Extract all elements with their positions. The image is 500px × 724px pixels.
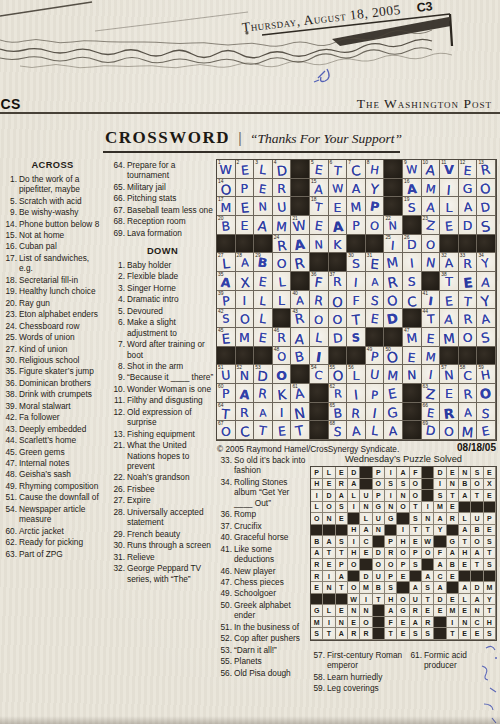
- cell-r13c12[interactable]: 63Z: [422, 384, 441, 403]
- cell-r9c6[interactable]: O: [310, 309, 329, 328]
- handwritten-letter: M: [420, 346, 440, 366]
- cell-r4c3[interactable]: A: [254, 216, 273, 235]
- clue-number: 66.: [110, 193, 127, 203]
- handwritten-letter: N: [439, 365, 458, 384]
- solution-letter: L: [323, 467, 334, 478]
- solution-letter: N: [471, 605, 482, 616]
- solution-letter: D: [323, 490, 334, 501]
- cell-r8c8[interactable]: F: [347, 291, 366, 310]
- cell-r3c4[interactable]: U: [273, 197, 292, 216]
- cell-r14c14[interactable]: A: [459, 403, 478, 422]
- cell-r13c15[interactable]: O: [477, 384, 496, 403]
- cell-r15c1[interactable]: 67O: [217, 421, 236, 440]
- clue-item: 68.Reception room: [110, 216, 215, 226]
- cell-r5c3: [254, 235, 273, 254]
- clue-text: Green gems: [19, 447, 103, 457]
- clue-number: 34.: [217, 477, 234, 508]
- clue-item: 15.Not at home: [2, 230, 103, 240]
- clue-text: Kind of union: [19, 344, 103, 354]
- cell-r3c7[interactable]: E: [329, 197, 348, 216]
- clue-text: Do the work of a pipefitter, maybe: [19, 174, 103, 195]
- cell-r6c11[interactable]: I: [403, 253, 422, 272]
- cell-r2c12[interactable]: M: [422, 179, 441, 198]
- cell-r8c5[interactable]: 40A: [291, 291, 310, 310]
- handwritten-letter: P: [365, 196, 385, 216]
- cell-r7c8[interactable]: I: [347, 272, 366, 291]
- cell-r15c2[interactable]: C: [236, 421, 255, 440]
- cell-r3c2[interactable]: E: [236, 197, 255, 216]
- cell-r14c15[interactable]: S: [477, 403, 496, 422]
- cell-r6c1[interactable]: 27L: [217, 253, 236, 272]
- cell-r2c7[interactable]: W: [329, 179, 348, 198]
- clue-number: 46.: [217, 566, 234, 576]
- cell-r12c8[interactable]: 56L: [347, 365, 366, 384]
- clue-item: 54.Newspaper article measure: [2, 504, 103, 525]
- clue-number: 18.: [2, 275, 19, 285]
- cell-r11c5[interactable]: B: [291, 347, 310, 366]
- cell-r13c7[interactable]: 62R: [329, 384, 348, 403]
- cell-r15c12[interactable]: 69D: [422, 421, 441, 440]
- cell-r7c14[interactable]: E: [459, 272, 478, 291]
- cell-r12c4[interactable]: O: [273, 365, 292, 384]
- solution-letter: S: [410, 559, 421, 570]
- handwritten-letter: R: [346, 403, 365, 422]
- cell-r1c1[interactable]: 1W: [217, 160, 236, 179]
- handwritten-letter: R: [439, 402, 458, 421]
- cell-r1c13[interactable]: 11V: [440, 160, 459, 179]
- clue-item: 33.So old it’s back into fashion: [217, 455, 308, 476]
- clue-text: List of sandwiches, e.g.: [19, 253, 103, 274]
- clue-number: 26.: [110, 484, 127, 494]
- cell-r2c13: B: [459, 479, 471, 491]
- cell-r14c2[interactable]: R: [236, 403, 255, 422]
- cell-r8c6[interactable]: R: [310, 291, 329, 310]
- cell-r14c10[interactable]: G: [384, 403, 403, 422]
- cell-r9c7: O: [385, 559, 397, 571]
- cell-r14c5[interactable]: N: [291, 403, 310, 422]
- cell-r6c15[interactable]: 34Y: [477, 253, 496, 272]
- cell-r4c6[interactable]: E: [310, 216, 329, 235]
- cell-r6c10[interactable]: M: [384, 253, 403, 272]
- cell-r3c6[interactable]: 18T: [310, 197, 329, 216]
- cell-r10c6[interactable]: L: [310, 328, 329, 347]
- cell-r14c1[interactable]: 64T: [217, 403, 236, 422]
- cell-r9c2[interactable]: O: [236, 309, 255, 328]
- handwritten-letter: F: [309, 271, 329, 291]
- cell-r15c13[interactable]: O: [440, 421, 459, 440]
- cell-r4c8[interactable]: P: [347, 216, 366, 235]
- solution-letter: H: [311, 479, 322, 490]
- cell-r1c11: D: [434, 467, 446, 479]
- solution-letter: A: [336, 571, 347, 582]
- cell-r11c6[interactable]: I: [310, 347, 329, 366]
- cell-r8c10[interactable]: O: [384, 291, 403, 310]
- cell-r9c1: R: [311, 559, 323, 571]
- handwritten-letter: W: [289, 214, 311, 236]
- cell-r6c2[interactable]: 28A: [236, 253, 255, 272]
- cell-r4c15[interactable]: S: [477, 216, 496, 235]
- cell-r15c9: S: [410, 628, 422, 640]
- cell-r12c15[interactable]: 59H: [477, 365, 496, 384]
- page-number: C3: [416, 0, 433, 15]
- cell-r15c9[interactable]: L: [366, 421, 385, 440]
- cell-r2c6[interactable]: 15A: [310, 179, 329, 198]
- handwritten-letter: E: [402, 347, 421, 366]
- solution-letter: B: [447, 559, 458, 570]
- cell-r7c2[interactable]: X: [236, 272, 255, 291]
- solution-letter: E: [397, 617, 408, 628]
- cell-r7c4[interactable]: L: [273, 272, 292, 291]
- cell-r10c5[interactable]: A: [291, 328, 310, 347]
- cell-r2c8[interactable]: A: [347, 179, 366, 198]
- cell-r10c15: [484, 571, 496, 583]
- clue-item: 22.Noah’s grandson: [110, 472, 215, 482]
- cell-r6c13: A: [459, 525, 471, 537]
- cell-r12c13[interactable]: 57N: [440, 365, 459, 384]
- handwritten-letter: L: [273, 291, 291, 309]
- cell-r14c8[interactable]: R: [347, 403, 366, 422]
- cell-r1c14: S: [471, 467, 483, 479]
- clue-item: 18.Secretarial fill-in: [2, 275, 103, 285]
- clue-number: 19.: [2, 286, 19, 296]
- cell-r1c9[interactable]: 8H: [366, 160, 385, 179]
- handwritten-letter: L: [253, 308, 273, 328]
- solution-letter: T: [447, 628, 458, 639]
- cell-r7c10[interactable]: R: [384, 272, 403, 291]
- cell-r5c6[interactable]: N: [310, 235, 329, 254]
- cell-r12c9[interactable]: U: [366, 365, 385, 384]
- clue-number: 53.: [217, 645, 234, 655]
- cell-r9c8[interactable]: T: [347, 309, 366, 328]
- handwritten-letter: R: [236, 403, 254, 421]
- cell-r1c7[interactable]: 6T: [329, 160, 348, 179]
- cell-r7c11[interactable]: S: [403, 272, 422, 291]
- cell-r10c15[interactable]: S: [477, 328, 496, 347]
- handwritten-letter: A: [328, 216, 347, 235]
- cell-r6c3: [336, 525, 348, 537]
- cell-r8c2[interactable]: I: [236, 291, 255, 310]
- cell-r4c9[interactable]: O: [366, 216, 385, 235]
- handwritten-letter: D: [272, 160, 291, 179]
- solution-letter: L: [459, 594, 470, 605]
- cell-r5c12[interactable]: O: [422, 235, 441, 254]
- cell-r5c13: L: [459, 513, 471, 525]
- clue-item: 36.Dominican brothers: [2, 378, 103, 388]
- cell-r6c3[interactable]: 29B: [254, 253, 273, 272]
- solution-letter: H: [385, 594, 396, 605]
- cell-r12c1[interactable]: 51U: [217, 365, 236, 384]
- cell-r4c5[interactable]: 21W: [291, 216, 310, 235]
- handwritten-letter: I: [420, 290, 440, 310]
- clue-text: Singer Horne: [127, 283, 215, 293]
- handwritten-letter: A: [236, 254, 253, 271]
- cell-r13c8[interactable]: I: [347, 384, 366, 403]
- cell-r1c2[interactable]: 2E: [236, 160, 255, 179]
- solution-letter: E: [311, 582, 322, 593]
- cell-r1c6[interactable]: 5E: [310, 160, 329, 179]
- cell-r8c15[interactable]: Y: [477, 291, 496, 310]
- cell-r14c14: C: [471, 617, 483, 629]
- cell-r13c6: [310, 384, 329, 403]
- cell-r9c7[interactable]: O: [329, 309, 348, 328]
- cell-r10c4[interactable]: 46R: [273, 328, 292, 347]
- handwritten-letter: S: [217, 310, 234, 327]
- cell-r2c15[interactable]: O: [477, 179, 496, 198]
- cell-r3c1[interactable]: 17M: [217, 197, 236, 216]
- cell-r15c3[interactable]: T: [254, 421, 273, 440]
- cell-r10c7[interactable]: D: [329, 328, 348, 347]
- cell-r13c5[interactable]: 61A: [291, 384, 310, 403]
- cell-r14c3[interactable]: A: [254, 403, 273, 422]
- cell-r8c4[interactable]: L: [273, 291, 292, 310]
- cell-r12c10[interactable]: M: [384, 365, 403, 384]
- cell-r1c4[interactable]: 4D: [273, 160, 292, 179]
- cell-r9c5[interactable]: 43R: [291, 309, 310, 328]
- solution-letter: O: [410, 490, 421, 501]
- cell-r5c10[interactable]: 25I: [384, 235, 403, 254]
- cell-r3c3[interactable]: N: [254, 197, 273, 216]
- cell-r2c4[interactable]: R: [273, 179, 292, 198]
- clue-number: 36.: [217, 509, 234, 519]
- solution-letter: P: [311, 467, 322, 478]
- cell-r15c10: S: [422, 628, 434, 640]
- cell-r9c3[interactable]: L: [254, 309, 273, 328]
- cell-r10c11[interactable]: 47M: [403, 328, 422, 347]
- solution-letter: S: [385, 582, 396, 593]
- clue-item: 6.Make a slight adjustment to: [110, 317, 215, 338]
- solution-letter: E: [459, 559, 470, 570]
- cell-r9c15[interactable]: A: [477, 309, 496, 328]
- solution-letter: T: [422, 525, 433, 536]
- clue-item: 38.Drink with crumpets: [2, 389, 103, 399]
- cell-r8c3[interactable]: L: [254, 291, 273, 310]
- clue-text: Leg coverings: [327, 683, 405, 693]
- clue-item: 63.Part of ZPG: [2, 549, 103, 559]
- clue-text: Runs through a screen: [127, 540, 215, 550]
- clue-number: 5.: [110, 306, 127, 316]
- clue-text: Internal notes: [19, 458, 103, 468]
- cell-r1c12[interactable]: 10A: [422, 160, 441, 179]
- clue-number: 21.: [110, 440, 127, 471]
- solution-letter: O: [410, 479, 421, 490]
- cell-r2c3[interactable]: E: [254, 179, 273, 198]
- cell-r4c7[interactable]: A: [329, 216, 348, 235]
- cell-r14c6: [373, 617, 385, 629]
- cell-r3c15[interactable]: D: [477, 197, 496, 216]
- cell-r6c1: [311, 525, 323, 537]
- cell-r2c11[interactable]: 16A: [403, 179, 422, 198]
- cell-r5c7[interactable]: K: [329, 235, 348, 254]
- cell-r4c10[interactable]: 22N: [384, 216, 403, 235]
- cell-r4c2[interactable]: E: [236, 216, 255, 235]
- cell-r5c2: N: [323, 513, 335, 525]
- cell-r10c2[interactable]: M: [236, 328, 255, 347]
- cell-r15c8: E: [397, 628, 409, 640]
- cell-r13c3[interactable]: R: [254, 384, 273, 403]
- cell-r8c12[interactable]: 41I: [422, 291, 441, 310]
- cell-r8c11[interactable]: C: [403, 291, 422, 310]
- cell-r7c15[interactable]: A: [477, 272, 496, 291]
- cell-r7c7[interactable]: 37R: [329, 272, 348, 291]
- handwritten-letter: R: [382, 270, 404, 292]
- cell-r4c12[interactable]: 23Z: [422, 216, 441, 235]
- cell-r14c6: [310, 403, 329, 422]
- handwritten-letter: U: [272, 197, 291, 216]
- cell-r1c15[interactable]: 13R: [477, 160, 496, 179]
- cell-r12c3[interactable]: 53D: [254, 365, 273, 384]
- cell-r1c15: E: [484, 467, 496, 479]
- handwritten-letter: E: [253, 178, 273, 198]
- clue-number: 58.: [310, 672, 327, 682]
- cell-r9c13[interactable]: A: [440, 309, 459, 328]
- solution-letter: O: [311, 513, 322, 524]
- handwritten-letter: R: [289, 251, 311, 273]
- cell-r4c13[interactable]: E: [440, 216, 459, 235]
- solution-letter: S: [336, 502, 347, 513]
- solution-letter: E: [397, 571, 408, 582]
- cell-r13c2[interactable]: A: [236, 384, 255, 403]
- cell-r15c5[interactable]: T: [291, 421, 310, 440]
- clue-number: 67.: [110, 205, 127, 215]
- cell-r10c8[interactable]: S: [347, 328, 366, 347]
- cell-r9c12[interactable]: 44T: [422, 309, 441, 328]
- cell-r10c10: [384, 328, 403, 347]
- cell-r1c3[interactable]: 3L: [254, 160, 273, 179]
- cell-r12c2[interactable]: 52N: [236, 365, 255, 384]
- handwritten-letter: O: [273, 347, 290, 364]
- cell-r15c8[interactable]: A: [347, 421, 366, 440]
- cell-r13c10: E: [422, 605, 434, 617]
- cell-r3c11[interactable]: 19S: [403, 197, 422, 216]
- solution-letter: T: [385, 628, 396, 639]
- handwritten-letter: A: [421, 198, 440, 217]
- cell-r13c10[interactable]: E: [384, 384, 403, 403]
- cell-r3c12[interactable]: A: [422, 197, 441, 216]
- cell-r2c2[interactable]: P: [236, 179, 255, 198]
- cell-r3c13[interactable]: L: [440, 197, 459, 216]
- handwritten-letter: T: [253, 420, 273, 440]
- handwritten-letter: D: [382, 307, 404, 329]
- solution-letter: O: [471, 536, 482, 547]
- solution-letter: B: [471, 525, 482, 536]
- cell-r11c10[interactable]: 50O: [384, 347, 403, 366]
- cell-r14c7[interactable]: 65B: [329, 403, 348, 422]
- cell-r6c8[interactable]: 30S: [347, 253, 366, 272]
- solution-letter: E: [422, 605, 433, 616]
- cell-r6c13[interactable]: 32A: [440, 253, 459, 272]
- cell-r7c13[interactable]: 38T: [440, 272, 459, 291]
- cell-r6c12[interactable]: N: [422, 253, 441, 272]
- cell-r15c6: [310, 421, 329, 440]
- solution-letter: S: [410, 513, 421, 524]
- handwritten-letter: A: [235, 384, 254, 403]
- clue-item: 67.Baseball team less one: [110, 205, 215, 215]
- cell-r11c3: T: [336, 582, 348, 594]
- cell-r14c12[interactable]: 66E: [422, 403, 441, 422]
- clue-text: Lava formation: [127, 228, 215, 238]
- cell-r13c1[interactable]: 60P: [217, 384, 236, 403]
- cell-r9c14: T: [471, 559, 483, 571]
- handwritten-letter: A: [402, 178, 421, 197]
- cell-r9c1[interactable]: 42S: [217, 309, 236, 328]
- cell-r9c10[interactable]: D: [384, 309, 403, 328]
- cell-r7c6[interactable]: 36F: [310, 272, 329, 291]
- cell-r5c14: U: [471, 513, 483, 525]
- solution-letter: A: [422, 571, 433, 582]
- solution-letter: P: [336, 559, 347, 570]
- clue-text: Deeply embedded: [19, 424, 103, 434]
- clue-text: Cause the downfall of: [19, 492, 103, 502]
- cell-r2c1[interactable]: 14O: [217, 179, 236, 198]
- solution-letter: A: [471, 548, 482, 559]
- solved-puzzle-grid: PLEDPIAFDENSEHERAOSSOINBOXIDALUPINOSTATE…: [310, 466, 497, 641]
- solution-letter: I: [385, 490, 396, 501]
- solution-letter: C: [360, 536, 371, 547]
- cell-r2c10: [384, 179, 403, 198]
- cell-r13c13[interactable]: E: [440, 384, 459, 403]
- cell-r6c5[interactable]: R: [291, 253, 310, 272]
- cell-r5c5[interactable]: A: [291, 235, 310, 254]
- cell-r1c8[interactable]: 7C: [347, 160, 366, 179]
- cell-r2c9[interactable]: Y: [366, 179, 385, 198]
- solution-letter: M: [484, 582, 495, 593]
- solution-letter: U: [373, 513, 384, 524]
- cell-r15c10[interactable]: A: [384, 421, 403, 440]
- cell-r12c7[interactable]: 55O: [329, 365, 348, 384]
- solution-letter: F: [410, 467, 421, 478]
- solution-letter: O: [348, 559, 359, 570]
- cell-r10c1[interactable]: 45E: [217, 328, 236, 347]
- cell-r8c7[interactable]: O: [329, 291, 348, 310]
- cell-r1c11[interactable]: 9W: [403, 160, 422, 179]
- cell-r12c11[interactable]: N: [403, 365, 422, 384]
- cell-r12c6[interactable]: 54C: [310, 365, 329, 384]
- cell-r3c8[interactable]: M: [347, 197, 366, 216]
- cell-r10c12[interactable]: E: [422, 328, 441, 347]
- cell-r14c13[interactable]: R: [440, 403, 459, 422]
- cell-r11c11[interactable]: E: [403, 347, 422, 366]
- cell-r8c1[interactable]: 39P: [217, 291, 236, 310]
- cell-r2c13[interactable]: I: [440, 179, 459, 198]
- cell-r15c15[interactable]: E: [477, 421, 496, 440]
- cell-r15c12: T: [447, 628, 459, 640]
- masthead-rule: [0, 112, 500, 114]
- cell-r10c13[interactable]: M: [440, 328, 459, 347]
- clue-number: 59.: [310, 683, 327, 693]
- solution-letter: H: [348, 548, 359, 559]
- clue-number: 51.: [2, 492, 19, 502]
- clue-item: 30.Religious school: [2, 355, 103, 365]
- cell-r5c11[interactable]: 26D: [403, 235, 422, 254]
- cell-r4c1[interactable]: 20B: [217, 216, 236, 235]
- solution-letter: A: [459, 490, 470, 501]
- crossword-grid: 1W2E3L4D5E6T7C8H9W10A11V12E13R14OPER15AW…: [216, 159, 497, 441]
- cell-r11c12[interactable]: M: [422, 347, 441, 366]
- cell-r10c3[interactable]: E: [254, 328, 273, 347]
- cell-r7c3[interactable]: E: [254, 272, 273, 291]
- cell-r12c12[interactable]: I: [422, 365, 441, 384]
- handwritten-letter: W: [217, 160, 235, 178]
- cell-r14c4: E: [348, 617, 360, 629]
- cell-r7c1[interactable]: 35A: [217, 272, 236, 291]
- solution-letter: Y: [434, 525, 445, 536]
- cell-r8c13[interactable]: E: [440, 291, 459, 310]
- cell-r3c9[interactable]: P: [366, 197, 385, 216]
- solution-letter: P: [385, 536, 396, 547]
- cell-r15c7[interactable]: 68S: [329, 421, 348, 440]
- handwritten-letter: L: [272, 272, 291, 291]
- solution-letter: R: [348, 628, 359, 639]
